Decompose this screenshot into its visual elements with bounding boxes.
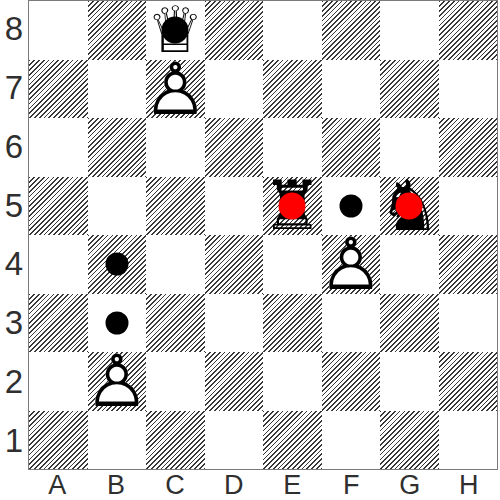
rank-label-2: 2 [0,353,28,412]
square-a1[interactable] [29,411,88,470]
square-e1[interactable] [263,411,322,470]
white-pawn-fill: ♟ [88,352,147,411]
square-g2[interactable] [380,352,439,411]
chess-board: ♛♕♟♙♜♞♟♙♟♙ [28,0,498,470]
square-g5[interactable]: ♞ [380,177,439,236]
square-c7[interactable]: ♟♙ [146,60,205,119]
file-label-g: G [381,470,440,500]
square-h8[interactable] [439,1,498,60]
file-label-a: A [28,470,87,500]
square-d7[interactable] [205,60,264,119]
square-b2[interactable]: ♟♙ [88,352,147,411]
square-g7[interactable] [380,60,439,119]
square-e5[interactable]: ♜ [263,177,322,236]
black-dot-marker [339,194,362,217]
square-g4[interactable] [380,235,439,294]
square-d5[interactable] [205,177,264,236]
square-c8[interactable]: ♛♕ [146,1,205,60]
square-e7[interactable] [263,60,322,119]
chessboard-diagram: 87654321 ♛♕♟♙♜♞♟♙♟♙ ABCDEFGH [0,0,500,500]
white-pawn-piece: ♙ [146,60,205,119]
white-pawn-fill: ♟ [322,235,381,294]
square-f5[interactable] [322,177,381,236]
rank-label-8: 8 [0,0,28,59]
square-a4[interactable] [29,235,88,294]
square-a3[interactable] [29,294,88,353]
square-h4[interactable] [439,235,498,294]
white-queen-fill: ♛ [146,1,205,60]
square-h7[interactable] [439,60,498,119]
square-f1[interactable] [322,411,381,470]
rank-label-7: 7 [0,59,28,118]
white-pawn-piece: ♙ [322,235,381,294]
square-h5[interactable] [439,177,498,236]
red-dot-marker [396,192,423,219]
file-label-e: E [263,470,322,500]
square-b7[interactable] [88,60,147,119]
square-d6[interactable] [205,118,264,177]
square-g6[interactable] [380,118,439,177]
rank-label-3: 3 [0,294,28,353]
square-a6[interactable] [29,118,88,177]
square-d3[interactable] [205,294,264,353]
black-dot-marker [105,253,128,276]
square-e8[interactable] [263,1,322,60]
square-c6[interactable] [146,118,205,177]
file-label-b: B [87,470,146,500]
white-queen-piece: ♕ [146,1,205,60]
square-f2[interactable] [322,352,381,411]
white-pawn-piece: ♙ [88,352,147,411]
square-h2[interactable] [439,352,498,411]
white-pawn-fill: ♟ [146,60,205,119]
square-e4[interactable] [263,235,322,294]
square-f8[interactable] [322,1,381,60]
square-e2[interactable] [263,352,322,411]
square-g3[interactable] [380,294,439,353]
square-a2[interactable] [29,352,88,411]
square-d8[interactable] [205,1,264,60]
file-label-c: C [146,470,205,500]
square-b1[interactable] [88,411,147,470]
square-g1[interactable] [380,411,439,470]
rank-label-4: 4 [0,235,28,294]
file-label-d: D [204,470,263,500]
red-dot-marker [279,192,306,219]
square-c2[interactable] [146,352,205,411]
square-d2[interactable] [205,352,264,411]
rank-label-6: 6 [0,118,28,177]
square-c3[interactable] [146,294,205,353]
square-b8[interactable] [88,1,147,60]
square-g8[interactable] [380,1,439,60]
square-a5[interactable] [29,177,88,236]
file-label-f: F [322,470,381,500]
square-f4[interactable]: ♟♙ [322,235,381,294]
square-b5[interactable] [88,177,147,236]
rank-labels: 87654321 [0,0,28,470]
square-a8[interactable] [29,1,88,60]
square-h6[interactable] [439,118,498,177]
black-dot-marker [162,17,189,44]
square-d4[interactable] [205,235,264,294]
black-knight-piece: ♞ [380,177,439,236]
square-f6[interactable] [322,118,381,177]
square-h1[interactable] [439,411,498,470]
square-a7[interactable] [29,60,88,119]
file-labels: ABCDEFGH [28,470,498,500]
square-b4[interactable] [88,235,147,294]
square-e3[interactable] [263,294,322,353]
square-d1[interactable] [205,411,264,470]
square-e6[interactable] [263,118,322,177]
square-c4[interactable] [146,235,205,294]
file-label-h: H [439,470,498,500]
rank-label-5: 5 [0,176,28,235]
rank-label-1: 1 [0,411,28,470]
square-b6[interactable] [88,118,147,177]
black-rook-piece: ♜ [263,177,322,236]
square-c5[interactable] [146,177,205,236]
square-f7[interactable] [322,60,381,119]
square-c1[interactable] [146,411,205,470]
square-f3[interactable] [322,294,381,353]
square-h3[interactable] [439,294,498,353]
square-b3[interactable] [88,294,147,353]
black-dot-marker [105,311,128,334]
